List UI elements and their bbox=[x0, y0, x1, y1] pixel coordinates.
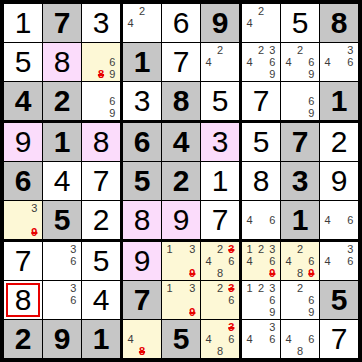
cell-r2c9[interactable]: 346 bbox=[320, 43, 358, 81]
pencilmark-grid: 2469 bbox=[281, 43, 319, 81]
solved-digit: 7 bbox=[253, 82, 270, 120]
empty-pencilmark-slot bbox=[175, 267, 186, 279]
cell-r2c8[interactable]: 2469 bbox=[281, 43, 319, 81]
pencilmark: 9 bbox=[306, 306, 317, 318]
pencilmark: 9 bbox=[306, 68, 317, 80]
pencilmark: 6 bbox=[267, 255, 278, 267]
given-digit: 9 bbox=[212, 4, 229, 42]
given-digit: 5 bbox=[173, 320, 190, 358]
empty-pencilmark-slot bbox=[6, 202, 17, 214]
pencilmark: 3 bbox=[267, 282, 278, 294]
cell-r9c6[interactable]: 3468 bbox=[201, 320, 239, 358]
pencilmark: 3 bbox=[68, 243, 79, 255]
cell-r5c1[interactable]: 6 bbox=[4, 162, 42, 200]
empty-pencilmark-slot bbox=[255, 294, 266, 306]
solved-digit: 7 bbox=[173, 43, 190, 81]
pencilmark-grid: 46 bbox=[242, 201, 280, 239]
pencilmark: 3 bbox=[345, 44, 356, 56]
cell-r2c6[interactable]: 24 bbox=[201, 43, 239, 81]
empty-pencilmark-slot bbox=[345, 202, 356, 214]
empty-pencilmark-slot bbox=[164, 255, 175, 267]
pencilmark-grid: 24 bbox=[123, 4, 161, 42]
cell-r8c1-selected[interactable]: 8 bbox=[4, 281, 42, 319]
empty-pencilmark-slot bbox=[136, 321, 147, 333]
empty-pencilmark-slot bbox=[226, 56, 237, 68]
cell-r6c3[interactable]: 2 bbox=[82, 201, 120, 239]
cell-r4c6[interactable]: 3 bbox=[201, 123, 239, 161]
cell-r5c5[interactable]: 2 bbox=[162, 162, 200, 200]
solved-digit: 3 bbox=[134, 82, 151, 120]
pencilmark: 6 bbox=[345, 214, 356, 226]
cell-r3c8[interactable]: 69 bbox=[281, 82, 319, 120]
cell-r1c7[interactable]: 24 bbox=[242, 4, 280, 42]
cell-r8c7[interactable]: 12369 bbox=[242, 281, 280, 319]
empty-pencilmark-slot bbox=[214, 68, 225, 80]
empty-pencilmark-slot bbox=[84, 107, 95, 119]
given-digit: 1 bbox=[331, 82, 348, 120]
empty-pencilmark-slot bbox=[56, 267, 67, 279]
pencilmark: 6 bbox=[226, 333, 237, 345]
eliminated-pencilmark: 3 bbox=[226, 243, 237, 255]
empty-pencilmark-slot bbox=[175, 255, 186, 267]
cell-r2c3[interactable]: 689 bbox=[82, 43, 120, 81]
cell-r5c7[interactable]: 8 bbox=[242, 162, 280, 200]
eliminated-pencilmark: 3 bbox=[226, 321, 237, 333]
empty-pencilmark-slot bbox=[187, 255, 198, 267]
empty-pencilmark-slot bbox=[306, 321, 317, 333]
empty-pencilmark-slot bbox=[283, 267, 294, 279]
pencilmark: 6 bbox=[306, 333, 317, 345]
empty-pencilmark-slot bbox=[45, 306, 56, 318]
pencilmark: 2 bbox=[214, 282, 225, 294]
empty-pencilmark-slot bbox=[244, 321, 255, 333]
pencilmark-grid: 39 bbox=[4, 201, 42, 239]
empty-pencilmark-slot bbox=[29, 214, 40, 226]
pencilmark-grid: 346 bbox=[320, 43, 358, 81]
pencilmark: 9 bbox=[107, 107, 118, 119]
pencilmark: 6 bbox=[68, 255, 79, 267]
empty-pencilmark-slot bbox=[267, 5, 278, 17]
solved-digit: 7 bbox=[93, 162, 110, 200]
solved-digit: 4 bbox=[54, 162, 71, 200]
empty-pencilmark-slot bbox=[45, 255, 56, 267]
empty-pencilmark-slot bbox=[148, 345, 159, 357]
cell-r6c5[interactable]: 9 bbox=[162, 201, 200, 239]
cell-r8c2[interactable]: 36 bbox=[43, 281, 81, 319]
empty-pencilmark-slot bbox=[244, 29, 255, 41]
empty-pencilmark-slot bbox=[203, 306, 214, 318]
cell-r2c7[interactable]: 23469 bbox=[242, 43, 280, 81]
empty-pencilmark-slot bbox=[68, 267, 79, 279]
empty-pencilmark-slot bbox=[306, 282, 317, 294]
pencilmark: 4 bbox=[322, 56, 333, 68]
empty-pencilmark-slot bbox=[203, 321, 214, 333]
given-digit: 5 bbox=[134, 162, 151, 200]
given-digit: 4 bbox=[173, 123, 190, 161]
cell-r2c2[interactable]: 8 bbox=[43, 43, 81, 81]
pencilmark: 3 bbox=[29, 202, 40, 214]
pencilmark-grid: 139 bbox=[162, 242, 200, 280]
empty-pencilmark-slot bbox=[255, 214, 266, 226]
empty-pencilmark-slot bbox=[267, 226, 278, 238]
empty-pencilmark-slot bbox=[333, 267, 344, 279]
empty-pencilmark-slot bbox=[148, 321, 159, 333]
cell-r7c8[interactable]: 24689 bbox=[281, 242, 319, 280]
cell-r9c8[interactable]: 468 bbox=[281, 320, 319, 358]
cell-r9c4[interactable]: 48 bbox=[123, 320, 161, 358]
pencilmark: 8 bbox=[214, 267, 225, 279]
empty-pencilmark-slot bbox=[322, 267, 333, 279]
pencilmark: 8 bbox=[294, 267, 305, 279]
pencilmark: 4 bbox=[244, 255, 255, 267]
pencilmark: 4 bbox=[244, 214, 255, 226]
cell-r4c3[interactable]: 8 bbox=[82, 123, 120, 161]
solved-digit: 8 bbox=[253, 162, 270, 200]
empty-pencilmark-slot bbox=[333, 56, 344, 68]
empty-pencilmark-slot bbox=[294, 294, 305, 306]
eliminated-pencilmark: 9 bbox=[187, 267, 198, 279]
cell-r3c1[interactable]: 4 bbox=[4, 82, 42, 120]
pencilmark: 6 bbox=[68, 294, 79, 306]
solved-digit: 6 bbox=[173, 4, 190, 42]
cell-r4c9[interactable]: 2 bbox=[320, 123, 358, 161]
cell-r7c1[interactable]: 7 bbox=[4, 242, 42, 280]
cell-r6c8[interactable]: 1 bbox=[281, 201, 319, 239]
pencilmark: 6 bbox=[267, 333, 278, 345]
pencilmark: 4 bbox=[283, 333, 294, 345]
empty-pencilmark-slot bbox=[148, 29, 159, 41]
empty-pencilmark-slot bbox=[6, 226, 17, 238]
empty-pencilmark-slot bbox=[255, 267, 266, 279]
cell-r5c6[interactable]: 1 bbox=[201, 162, 239, 200]
pencilmark-grid: 69 bbox=[281, 82, 319, 120]
pencilmark: 2 bbox=[294, 282, 305, 294]
cell-r9c3[interactable]: 1 bbox=[82, 320, 120, 358]
pencilmark-grid: 46 bbox=[320, 201, 358, 239]
pencilmark: 4 bbox=[125, 333, 136, 345]
cell-r1c8[interactable]: 5 bbox=[281, 4, 319, 42]
empty-pencilmark-slot bbox=[136, 17, 147, 29]
solved-digit: 3 bbox=[212, 123, 229, 161]
cell-r4c8[interactable]: 7 bbox=[281, 123, 319, 161]
empty-pencilmark-slot bbox=[17, 202, 28, 214]
empty-pencilmark-slot bbox=[164, 306, 175, 318]
empty-pencilmark-slot bbox=[203, 294, 214, 306]
cell-r9c2[interactable]: 9 bbox=[43, 320, 81, 358]
solved-digit: 3 bbox=[93, 4, 110, 42]
empty-pencilmark-slot bbox=[333, 202, 344, 214]
cell-r6c9[interactable]: 46 bbox=[320, 201, 358, 239]
eliminated-pencilmark: 9 bbox=[29, 226, 40, 238]
pencilmark: 4 bbox=[283, 56, 294, 68]
cell-r7c6[interactable]: 23468 bbox=[201, 242, 239, 280]
cell-r4c7[interactable]: 5 bbox=[242, 123, 280, 161]
cell-r1c3[interactable]: 3 bbox=[82, 4, 120, 42]
cell-r3c2[interactable]: 2 bbox=[43, 82, 81, 120]
cell-r3c6[interactable]: 5 bbox=[201, 82, 239, 120]
empty-pencilmark-slot bbox=[306, 44, 317, 56]
solved-digit: 7 bbox=[212, 201, 229, 239]
cell-r4c4[interactable]: 6 bbox=[123, 123, 161, 161]
empty-pencilmark-slot bbox=[164, 294, 175, 306]
empty-pencilmark-slot bbox=[255, 56, 266, 68]
cell-r3c3[interactable]: 69 bbox=[82, 82, 120, 120]
cell-r1c1[interactable]: 1 bbox=[4, 4, 42, 42]
empty-pencilmark-slot bbox=[267, 202, 278, 214]
empty-pencilmark-slot bbox=[322, 243, 333, 255]
empty-pencilmark-slot bbox=[255, 68, 266, 80]
empty-pencilmark-slot bbox=[322, 68, 333, 80]
cell-r5c4[interactable]: 5 bbox=[123, 162, 161, 200]
cell-r5c9[interactable]: 9 bbox=[320, 162, 358, 200]
given-digit: 2 bbox=[15, 320, 32, 358]
empty-pencilmark-slot bbox=[333, 255, 344, 267]
pencilmark: 3 bbox=[267, 321, 278, 333]
pencilmark: 9 bbox=[306, 107, 317, 119]
pencilmark: 6 bbox=[345, 255, 356, 267]
cell-r6c2[interactable]: 5 bbox=[43, 201, 81, 239]
cell-r6c1[interactable]: 39 bbox=[4, 201, 42, 239]
given-digit: 7 bbox=[134, 281, 151, 319]
cell-r3c7[interactable]: 7 bbox=[242, 82, 280, 120]
empty-pencilmark-slot bbox=[84, 68, 95, 80]
empty-pencilmark-slot bbox=[244, 267, 255, 279]
empty-pencilmark-slot bbox=[6, 214, 17, 226]
cell-r7c2[interactable]: 36 bbox=[43, 242, 81, 280]
empty-pencilmark-slot bbox=[283, 306, 294, 318]
empty-pencilmark-slot bbox=[148, 5, 159, 17]
empty-pencilmark-slot bbox=[255, 321, 266, 333]
empty-pencilmark-slot bbox=[45, 243, 56, 255]
empty-pencilmark-slot bbox=[125, 29, 136, 41]
empty-pencilmark-slot bbox=[255, 29, 266, 41]
given-digit: 5 bbox=[54, 201, 71, 239]
cell-r9c1[interactable]: 2 bbox=[4, 320, 42, 358]
empty-pencilmark-slot bbox=[345, 226, 356, 238]
cell-r1c6[interactable]: 9 bbox=[201, 4, 239, 42]
empty-pencilmark-slot bbox=[267, 17, 278, 29]
empty-pencilmark-slot bbox=[283, 95, 294, 107]
empty-pencilmark-slot bbox=[95, 95, 106, 107]
given-digit: 5 bbox=[331, 281, 348, 319]
empty-pencilmark-slot bbox=[306, 243, 317, 255]
pencilmark: 6 bbox=[306, 56, 317, 68]
pencilmark: 6 bbox=[306, 255, 317, 267]
given-digit: 2 bbox=[173, 162, 190, 200]
cell-r6c7[interactable]: 46 bbox=[242, 201, 280, 239]
empty-pencilmark-slot bbox=[95, 44, 106, 56]
pencilmark: 4 bbox=[322, 214, 333, 226]
pencilmark: 6 bbox=[267, 214, 278, 226]
empty-pencilmark-slot bbox=[175, 294, 186, 306]
empty-pencilmark-slot bbox=[244, 202, 255, 214]
cell-r2c1[interactable]: 5 bbox=[4, 43, 42, 81]
pencilmark-grid: 12369 bbox=[242, 281, 280, 319]
empty-pencilmark-slot bbox=[333, 226, 344, 238]
cell-r3c4[interactable]: 3 bbox=[123, 82, 161, 120]
cell-r8c4[interactable]: 7 bbox=[123, 281, 161, 319]
pencilmark: 2 bbox=[214, 243, 225, 255]
cell-r2c5[interactable]: 7 bbox=[162, 43, 200, 81]
cell-r8c8[interactable]: 269 bbox=[281, 281, 319, 319]
empty-pencilmark-slot bbox=[294, 95, 305, 107]
given-digit: 1 bbox=[93, 320, 110, 358]
pencilmark: 6 bbox=[267, 294, 278, 306]
pencilmark: 6 bbox=[345, 56, 356, 68]
cell-r6c6[interactable]: 7 bbox=[201, 201, 239, 239]
cell-r7c4[interactable]: 9 bbox=[123, 242, 161, 280]
empty-pencilmark-slot bbox=[244, 68, 255, 80]
given-digit: 3 bbox=[292, 162, 309, 200]
empty-pencilmark-slot bbox=[226, 345, 237, 357]
empty-pencilmark-slot bbox=[226, 68, 237, 80]
empty-pencilmark-slot bbox=[294, 255, 305, 267]
solved-digit: 8 bbox=[134, 201, 151, 239]
cell-r8c6[interactable]: 236 bbox=[201, 281, 239, 319]
empty-pencilmark-slot bbox=[333, 44, 344, 56]
pencilmark-grid: 36 bbox=[43, 242, 81, 280]
empty-pencilmark-slot bbox=[107, 83, 118, 95]
cell-r7c7[interactable]: 123469 bbox=[242, 242, 280, 280]
cell-r4c1[interactable]: 9 bbox=[4, 123, 42, 161]
empty-pencilmark-slot bbox=[125, 5, 136, 17]
cell-r7c3[interactable]: 5 bbox=[82, 242, 120, 280]
pencilmark: 9 bbox=[107, 68, 118, 80]
solved-digit: 1 bbox=[212, 162, 229, 200]
empty-pencilmark-slot bbox=[125, 321, 136, 333]
empty-pencilmark-slot bbox=[84, 95, 95, 107]
cell-r2c4[interactable]: 1 bbox=[123, 43, 161, 81]
empty-pencilmark-slot bbox=[283, 107, 294, 119]
given-digit: 1 bbox=[54, 123, 71, 161]
given-digit: 9 bbox=[54, 320, 71, 358]
empty-pencilmark-slot bbox=[203, 282, 214, 294]
solved-digit: 7 bbox=[15, 242, 32, 280]
cell-r1c5[interactable]: 6 bbox=[162, 4, 200, 42]
solved-digit: 9 bbox=[331, 162, 348, 200]
given-digit: 1 bbox=[134, 43, 151, 81]
cell-r1c4[interactable]: 24 bbox=[123, 4, 161, 42]
cell-r9c5[interactable]: 5 bbox=[162, 320, 200, 358]
cell-r4c2[interactable]: 1 bbox=[43, 123, 81, 161]
cell-r9c9[interactable]: 7 bbox=[320, 320, 358, 358]
cell-r8c3[interactable]: 4 bbox=[82, 281, 120, 319]
empty-pencilmark-slot bbox=[294, 333, 305, 345]
empty-pencilmark-slot bbox=[345, 68, 356, 80]
pencilmark-grid: 346 bbox=[242, 320, 280, 358]
empty-pencilmark-slot bbox=[56, 306, 67, 318]
solved-digit: 5 bbox=[212, 82, 229, 120]
solved-digit: 2 bbox=[93, 201, 110, 239]
pencilmark: 2 bbox=[255, 282, 266, 294]
pencilmark: 2 bbox=[255, 5, 266, 17]
eliminated-pencilmark: 8 bbox=[136, 345, 147, 357]
cell-r3c5[interactable]: 8 bbox=[162, 82, 200, 120]
pencilmark-grid: 123469 bbox=[242, 242, 280, 280]
empty-pencilmark-slot bbox=[56, 294, 67, 306]
empty-pencilmark-slot bbox=[333, 243, 344, 255]
given-digit: 2 bbox=[54, 82, 71, 120]
empty-pencilmark-slot bbox=[214, 294, 225, 306]
given-digit: 8 bbox=[331, 4, 348, 42]
empty-pencilmark-slot bbox=[226, 306, 237, 318]
cell-r1c9[interactable]: 8 bbox=[320, 4, 358, 42]
empty-pencilmark-slot bbox=[148, 333, 159, 345]
empty-pencilmark-slot bbox=[294, 107, 305, 119]
cell-r7c5[interactable]: 139 bbox=[162, 242, 200, 280]
empty-pencilmark-slot bbox=[294, 56, 305, 68]
cell-r5c3[interactable]: 7 bbox=[82, 162, 120, 200]
empty-pencilmark-slot bbox=[95, 107, 106, 119]
solved-digit: 2 bbox=[331, 123, 348, 161]
solved-digit: 4 bbox=[93, 281, 110, 319]
pencilmark: 2 bbox=[294, 243, 305, 255]
pencilmark-grid: 24 bbox=[201, 43, 239, 81]
empty-pencilmark-slot bbox=[244, 5, 255, 17]
solved-digit: 8 bbox=[15, 281, 32, 319]
pencilmark: 6 bbox=[306, 294, 317, 306]
empty-pencilmark-slot bbox=[56, 282, 67, 294]
solved-digit: 5 bbox=[93, 242, 110, 280]
empty-pencilmark-slot bbox=[283, 282, 294, 294]
empty-pencilmark-slot bbox=[226, 267, 237, 279]
empty-pencilmark-slot bbox=[294, 306, 305, 318]
empty-pencilmark-slot bbox=[345, 267, 356, 279]
empty-pencilmark-slot bbox=[255, 306, 266, 318]
empty-pencilmark-slot bbox=[214, 56, 225, 68]
pencilmark: 4 bbox=[203, 255, 214, 267]
cell-r9c7[interactable]: 346 bbox=[242, 320, 280, 358]
empty-pencilmark-slot bbox=[294, 83, 305, 95]
pencilmark: 2 bbox=[136, 5, 147, 17]
given-digit: 6 bbox=[15, 162, 32, 200]
solved-digit: 7 bbox=[331, 320, 348, 358]
cell-r5c2[interactable]: 4 bbox=[43, 162, 81, 200]
cell-r8c9[interactable]: 5 bbox=[320, 281, 358, 319]
cell-r8c5[interactable]: 139 bbox=[162, 281, 200, 319]
cell-r3c9[interactable]: 1 bbox=[320, 82, 358, 120]
cell-r7c9[interactable]: 346 bbox=[320, 242, 358, 280]
empty-pencilmark-slot bbox=[164, 267, 175, 279]
given-digit: 7 bbox=[292, 123, 309, 161]
solved-digit: 9 bbox=[173, 201, 190, 239]
sudoku-board: 1732469245858689172423469246934642693857… bbox=[0, 0, 362, 362]
empty-pencilmark-slot bbox=[333, 214, 344, 226]
pencilmark: 6 bbox=[107, 56, 118, 68]
pencilmark: 4 bbox=[244, 56, 255, 68]
cell-r6c4[interactable]: 8 bbox=[123, 201, 161, 239]
eliminated-pencilmark: 9 bbox=[267, 267, 278, 279]
pencilmark: 8 bbox=[294, 345, 305, 357]
empty-pencilmark-slot bbox=[255, 202, 266, 214]
solved-digit: 5 bbox=[15, 43, 32, 81]
pencilmark: 1 bbox=[164, 282, 175, 294]
empty-pencilmark-slot bbox=[203, 267, 214, 279]
pencilmark: 1 bbox=[244, 243, 255, 255]
pencilmark: 3 bbox=[345, 243, 356, 255]
empty-pencilmark-slot bbox=[148, 17, 159, 29]
pencilmark: 9 bbox=[267, 306, 278, 318]
empty-pencilmark-slot bbox=[56, 255, 67, 267]
cell-r4c5[interactable]: 4 bbox=[162, 123, 200, 161]
cell-r1c2[interactable]: 7 bbox=[43, 4, 81, 42]
given-digit: 1 bbox=[292, 201, 309, 239]
pencilmark: 1 bbox=[244, 282, 255, 294]
empty-pencilmark-slot bbox=[322, 44, 333, 56]
cell-r5c8[interactable]: 3 bbox=[281, 162, 319, 200]
given-digit: 8 bbox=[173, 82, 190, 120]
pencilmark: 2 bbox=[255, 243, 266, 255]
